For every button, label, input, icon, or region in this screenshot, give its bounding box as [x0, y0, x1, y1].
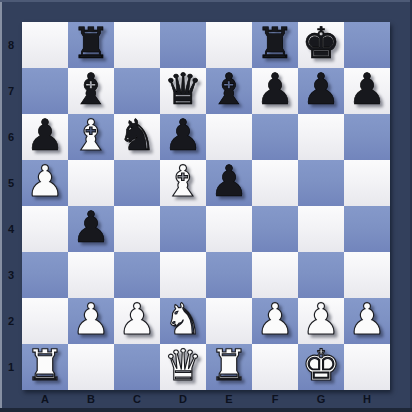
chess-board: ♜♜♚♝♛♝♟♟♟♟♝♞♟♟♝♟♟♟♟♞♟♟♟♜♛♜♚: [22, 22, 390, 390]
square-g1[interactable]: ♚: [298, 344, 344, 390]
square-e3[interactable]: [206, 252, 252, 298]
file-labels: ABCDEFGH: [22, 390, 390, 412]
square-b5[interactable]: [68, 160, 114, 206]
rank-label-8: 8: [0, 22, 22, 68]
white-bishop[interactable]: ♝: [72, 112, 111, 158]
file-label-e: E: [206, 390, 252, 408]
rank-label-6: 6: [0, 114, 22, 160]
square-d6[interactable]: ♟: [160, 114, 206, 160]
square-e6[interactable]: [206, 114, 252, 160]
white-pawn[interactable]: ♟: [348, 296, 387, 342]
chess-diagram: 87654321 ♜♜♚♝♛♝♟♟♟♟♝♞♟♟♝♟♟♟♟♞♟♟♟♜♛♜♚ ABC…: [0, 0, 412, 412]
square-a5[interactable]: ♟: [22, 160, 68, 206]
file-label-g: G: [298, 390, 344, 408]
square-e5[interactable]: ♟: [206, 160, 252, 206]
black-pawn[interactable]: ♟: [164, 112, 203, 158]
square-h2[interactable]: ♟: [344, 298, 390, 344]
rank-label-3: 3: [0, 252, 22, 298]
black-rook[interactable]: ♜: [72, 20, 111, 66]
white-pawn[interactable]: ♟: [302, 296, 341, 342]
white-king[interactable]: ♚: [302, 342, 341, 388]
square-c3[interactable]: [114, 252, 160, 298]
square-a3[interactable]: [22, 252, 68, 298]
rank-labels: 87654321: [0, 22, 22, 390]
black-pawn[interactable]: ♟: [210, 158, 249, 204]
black-pawn[interactable]: ♟: [348, 66, 387, 112]
black-pawn[interactable]: ♟: [302, 66, 341, 112]
square-c2[interactable]: ♟: [114, 298, 160, 344]
white-pawn[interactable]: ♟: [256, 296, 295, 342]
square-d3[interactable]: [160, 252, 206, 298]
black-pawn[interactable]: ♟: [72, 204, 111, 250]
square-h7[interactable]: ♟: [344, 68, 390, 114]
square-a4[interactable]: [22, 206, 68, 252]
black-pawn[interactable]: ♟: [256, 66, 295, 112]
square-h8[interactable]: [344, 22, 390, 68]
square-c4[interactable]: [114, 206, 160, 252]
square-f4[interactable]: [252, 206, 298, 252]
square-h4[interactable]: [344, 206, 390, 252]
square-f1[interactable]: [252, 344, 298, 390]
square-d4[interactable]: [160, 206, 206, 252]
white-pawn[interactable]: ♟: [26, 158, 65, 204]
square-d2[interactable]: ♞: [160, 298, 206, 344]
black-bishop[interactable]: ♝: [210, 66, 249, 112]
square-b3[interactable]: [68, 252, 114, 298]
white-rook[interactable]: ♜: [210, 342, 249, 388]
square-e1[interactable]: ♜: [206, 344, 252, 390]
border-top-bevel: [0, 0, 412, 2]
rank-label-5: 5: [0, 160, 22, 206]
square-f2[interactable]: ♟: [252, 298, 298, 344]
square-e7[interactable]: ♝: [206, 68, 252, 114]
square-e8[interactable]: [206, 22, 252, 68]
square-d1[interactable]: ♛: [160, 344, 206, 390]
square-h3[interactable]: [344, 252, 390, 298]
square-b1[interactable]: [68, 344, 114, 390]
black-queen[interactable]: ♛: [164, 66, 203, 112]
square-b7[interactable]: ♝: [68, 68, 114, 114]
file-label-f: F: [252, 390, 298, 408]
black-bishop[interactable]: ♝: [72, 66, 111, 112]
square-a2[interactable]: [22, 298, 68, 344]
square-g5[interactable]: [298, 160, 344, 206]
file-label-d: D: [160, 390, 206, 408]
rank-label-1: 1: [0, 344, 22, 390]
square-c5[interactable]: [114, 160, 160, 206]
white-bishop[interactable]: ♝: [164, 158, 203, 204]
square-f8[interactable]: ♜: [252, 22, 298, 68]
square-a1[interactable]: ♜: [22, 344, 68, 390]
square-g6[interactable]: [298, 114, 344, 160]
square-f6[interactable]: [252, 114, 298, 160]
white-pawn[interactable]: ♟: [72, 296, 111, 342]
square-h5[interactable]: [344, 160, 390, 206]
square-h6[interactable]: [344, 114, 390, 160]
square-f3[interactable]: [252, 252, 298, 298]
file-label-a: A: [22, 390, 68, 408]
square-e4[interactable]: [206, 206, 252, 252]
square-b2[interactable]: ♟: [68, 298, 114, 344]
black-pawn[interactable]: ♟: [26, 112, 65, 158]
square-g2[interactable]: ♟: [298, 298, 344, 344]
white-pawn[interactable]: ♟: [118, 296, 157, 342]
square-a6[interactable]: ♟: [22, 114, 68, 160]
square-a7[interactable]: [22, 68, 68, 114]
black-rook[interactable]: ♜: [256, 20, 295, 66]
square-b8[interactable]: ♜: [68, 22, 114, 68]
white-knight[interactable]: ♞: [164, 296, 203, 342]
square-g3[interactable]: [298, 252, 344, 298]
file-label-h: H: [344, 390, 390, 408]
square-f7[interactable]: ♟: [252, 68, 298, 114]
rank-label-2: 2: [0, 298, 22, 344]
square-h1[interactable]: [344, 344, 390, 390]
white-rook[interactable]: ♜: [26, 342, 65, 388]
black-king[interactable]: ♚: [302, 20, 341, 66]
white-queen[interactable]: ♛: [164, 342, 203, 388]
rank-label-7: 7: [0, 68, 22, 114]
square-g7[interactable]: ♟: [298, 68, 344, 114]
square-c7[interactable]: [114, 68, 160, 114]
square-c6[interactable]: ♞: [114, 114, 160, 160]
square-e2[interactable]: [206, 298, 252, 344]
file-label-b: B: [68, 390, 114, 408]
square-b4[interactable]: ♟: [68, 206, 114, 252]
black-knight[interactable]: ♞: [118, 112, 157, 158]
square-d5[interactable]: ♝: [160, 160, 206, 206]
square-g8[interactable]: ♚: [298, 22, 344, 68]
square-c8[interactable]: [114, 22, 160, 68]
file-label-c: C: [114, 390, 160, 408]
rank-label-4: 4: [0, 206, 22, 252]
square-a8[interactable]: [22, 22, 68, 68]
square-f5[interactable]: [252, 160, 298, 206]
square-b6[interactable]: ♝: [68, 114, 114, 160]
square-g4[interactable]: [298, 206, 344, 252]
square-d8[interactable]: [160, 22, 206, 68]
square-d7[interactable]: ♛: [160, 68, 206, 114]
square-c1[interactable]: [114, 344, 160, 390]
